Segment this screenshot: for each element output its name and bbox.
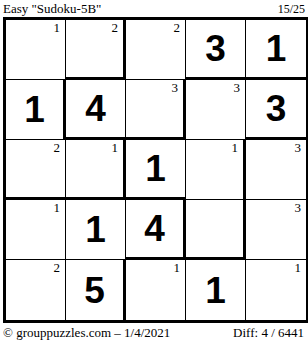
cell-r3c3[interactable]: 1 xyxy=(126,140,186,200)
corner-mark: 2 xyxy=(54,141,61,155)
given-digit: 1 xyxy=(6,80,63,139)
corner-mark: 1 xyxy=(112,141,119,155)
copyright-text: © grouppuzzles.com – 1/4/2021 xyxy=(3,325,170,341)
cell-r4c1[interactable]: 1 xyxy=(6,200,66,260)
given-digit: 1 xyxy=(126,140,185,197)
cell-r4c4[interactable] xyxy=(186,200,246,260)
cell-r5c5[interactable]: 1 xyxy=(246,260,306,320)
cell-r3c4[interactable]: 1 xyxy=(186,140,246,200)
cell-r1c2[interactable]: 2 xyxy=(66,20,126,80)
cell-r4c3[interactable]: 4 xyxy=(126,200,186,260)
given-digit: 1 xyxy=(186,260,245,320)
footer: © grouppuzzles.com – 1/4/2021 Diff: 4 / … xyxy=(0,325,308,341)
cell-r4c2[interactable]: 1 xyxy=(66,200,126,260)
corner-mark: 2 xyxy=(174,21,181,35)
cell-r5c4[interactable]: 1 xyxy=(186,260,246,320)
page-number: 15/25 xyxy=(278,2,305,17)
sudoku-board: 122311433321113114325111 xyxy=(3,17,308,323)
corner-mark: 3 xyxy=(295,141,302,155)
cell-r5c1[interactable]: 2 xyxy=(6,260,66,320)
cell-r1c3[interactable]: 2 xyxy=(126,20,186,80)
puzzle-title: Easy "Sudoku-5B" xyxy=(3,1,101,17)
corner-mark: 3 xyxy=(234,81,241,95)
cell-r2c1[interactable]: 1 xyxy=(6,80,66,140)
corner-mark: 3 xyxy=(172,81,179,95)
given-digit: 3 xyxy=(246,80,306,137)
corner-mark: 1 xyxy=(174,261,181,275)
cell-r5c2[interactable]: 5 xyxy=(66,260,126,320)
cell-r3c1[interactable]: 2 xyxy=(6,140,66,200)
corner-mark: 3 xyxy=(295,201,302,215)
corner-mark: 2 xyxy=(54,261,61,275)
given-digit: 4 xyxy=(126,200,183,257)
given-digit: 3 xyxy=(186,20,245,77)
difficulty-text: Diff: 4 / 6441 xyxy=(233,325,304,341)
given-digit: 4 xyxy=(66,80,125,137)
header: Easy "Sudoku-5B" 15/25 xyxy=(0,0,308,17)
corner-mark: 1 xyxy=(232,141,239,155)
cell-r1c5[interactable]: 1 xyxy=(246,20,306,80)
given-digit: 1 xyxy=(66,200,125,259)
corner-mark: 1 xyxy=(54,21,61,35)
given-digit: 5 xyxy=(66,260,123,320)
corner-mark: 1 xyxy=(295,261,302,275)
cell-r2c5[interactable]: 3 xyxy=(246,80,306,140)
cell-r3c5[interactable]: 3 xyxy=(246,140,306,200)
corner-mark: 1 xyxy=(54,201,61,215)
cell-r4c5[interactable]: 3 xyxy=(246,200,306,260)
cell-r2c3[interactable]: 3 xyxy=(126,80,186,140)
cell-r2c2[interactable]: 4 xyxy=(66,80,126,140)
cell-r3c2[interactable]: 1 xyxy=(66,140,126,200)
puzzle-page: Easy "Sudoku-5B" 15/25 12231143332111311… xyxy=(0,0,308,343)
cell-r1c1[interactable]: 1 xyxy=(6,20,66,80)
cell-r1c4[interactable]: 3 xyxy=(186,20,246,80)
cell-r5c3[interactable]: 1 xyxy=(126,260,186,320)
corner-mark: 2 xyxy=(112,21,119,35)
cell-r2c4[interactable]: 3 xyxy=(186,80,246,140)
given-digit: 1 xyxy=(246,20,306,77)
